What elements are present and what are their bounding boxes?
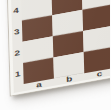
square-a1[interactable]: [23, 57, 54, 84]
rank-label-4: 4: [10, 0, 22, 23]
square-b1[interactable]: [53, 52, 84, 79]
rank-label-1: 1: [12, 63, 24, 86]
rank-label-3: 3: [11, 21, 23, 44]
rank-label-5: 5: [10, 0, 22, 1]
square-c1[interactable]: [84, 47, 110, 74]
photo-background: 12345678 abcdefgh: [0, 0, 110, 110]
board-squares: [19, 0, 110, 84]
chess-board: 12345678 abcdefgh: [6, 0, 111, 96]
rank-label-2: 2: [11, 42, 23, 65]
